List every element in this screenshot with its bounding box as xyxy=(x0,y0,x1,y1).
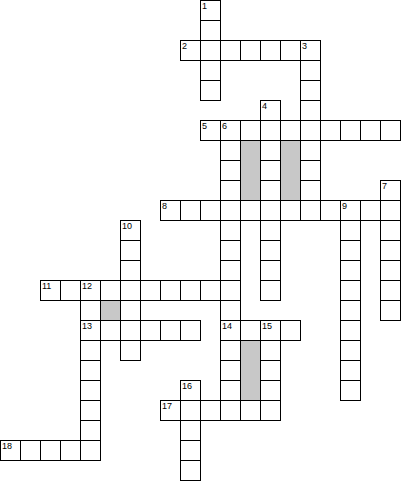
grid-cell[interactable] xyxy=(200,20,221,41)
shaded-cell[interactable] xyxy=(100,300,121,321)
grid-cell[interactable] xyxy=(220,180,241,201)
grid-cell[interactable] xyxy=(120,300,141,321)
grid-cell[interactable] xyxy=(180,320,201,341)
grid-cell[interactable] xyxy=(80,380,101,401)
grid-cell[interactable] xyxy=(360,200,381,221)
grid-cell[interactable] xyxy=(300,140,321,161)
grid-cell[interactable] xyxy=(260,280,281,301)
grid-cell[interactable] xyxy=(340,380,361,401)
grid-cell[interactable] xyxy=(100,280,121,301)
grid-cell[interactable] xyxy=(300,120,321,141)
grid-cell[interactable] xyxy=(200,80,221,101)
grid-cell[interactable]: 6 xyxy=(220,120,241,141)
grid-cell[interactable] xyxy=(340,120,361,141)
grid-cell[interactable]: 16 xyxy=(180,380,201,401)
grid-cell[interactable]: 15 xyxy=(260,320,281,341)
grid-cell[interactable] xyxy=(240,40,261,61)
grid-cell[interactable] xyxy=(200,200,221,221)
grid-cell[interactable] xyxy=(180,420,201,441)
grid-cell[interactable] xyxy=(160,280,181,301)
crossword-board: 123456789101112131415161718 xyxy=(0,0,401,481)
grid-cell[interactable] xyxy=(220,240,241,261)
grid-cell[interactable] xyxy=(280,200,301,221)
grid-cell[interactable] xyxy=(220,220,241,241)
grid-cell[interactable] xyxy=(220,200,241,221)
grid-cell[interactable]: 9 xyxy=(340,200,361,221)
grid-cell[interactable] xyxy=(300,100,321,121)
grid-cell[interactable] xyxy=(260,200,281,221)
grid-cell[interactable] xyxy=(140,320,161,341)
grid-cell[interactable] xyxy=(260,180,281,201)
grid-cell[interactable] xyxy=(260,240,281,261)
grid-cell[interactable] xyxy=(240,320,261,341)
grid-cell[interactable] xyxy=(120,280,141,301)
shaded-cell[interactable] xyxy=(240,140,261,201)
grid-cell[interactable] xyxy=(220,160,241,181)
shaded-cell[interactable] xyxy=(240,340,261,401)
grid-cell[interactable]: 5 xyxy=(200,120,221,141)
grid-cell[interactable] xyxy=(220,300,241,321)
grid-cell[interactable] xyxy=(160,320,181,341)
grid-cell[interactable] xyxy=(240,200,261,221)
grid-cell[interactable] xyxy=(380,220,401,241)
grid-cell[interactable] xyxy=(320,200,341,221)
grid-cell[interactable] xyxy=(260,380,281,401)
grid-cell[interactable] xyxy=(80,300,101,321)
grid-cell[interactable] xyxy=(200,60,221,81)
grid-cell[interactable] xyxy=(120,240,141,261)
clue-number: 3 xyxy=(302,41,307,51)
grid-cell[interactable] xyxy=(180,280,201,301)
grid-cell[interactable] xyxy=(180,200,201,221)
grid-cell[interactable] xyxy=(180,440,201,461)
grid-cell[interactable] xyxy=(180,400,201,421)
clue-number: 14 xyxy=(222,321,232,331)
grid-cell[interactable] xyxy=(380,120,401,141)
grid-cell[interactable] xyxy=(80,340,101,361)
grid-cell[interactable] xyxy=(200,280,221,301)
grid-cell[interactable] xyxy=(240,400,261,421)
grid-cell[interactable] xyxy=(260,40,281,61)
grid-cell[interactable] xyxy=(80,440,101,461)
grid-cell[interactable] xyxy=(380,300,401,321)
shaded-cell[interactable] xyxy=(280,140,301,201)
grid-cell[interactable]: 3 xyxy=(300,40,321,61)
grid-cell[interactable] xyxy=(180,460,201,481)
grid-cell[interactable] xyxy=(220,380,241,401)
grid-cell[interactable] xyxy=(380,240,401,261)
grid-cell[interactable] xyxy=(380,260,401,281)
grid-cell[interactable] xyxy=(60,280,81,301)
grid-cell[interactable] xyxy=(300,200,321,221)
grid-cell[interactable] xyxy=(340,220,361,241)
clue-number: 13 xyxy=(82,321,92,331)
grid-cell[interactable]: 8 xyxy=(160,200,181,221)
grid-cell[interactable]: 17 xyxy=(160,400,181,421)
grid-cell[interactable] xyxy=(340,260,361,281)
grid-cell[interactable] xyxy=(220,360,241,381)
grid-cell[interactable] xyxy=(340,340,361,361)
grid-cell[interactable] xyxy=(260,360,281,381)
grid-cell[interactable]: 14 xyxy=(220,320,241,341)
clue-number: 16 xyxy=(182,381,192,391)
grid-cell[interactable] xyxy=(340,360,361,381)
grid-cell[interactable]: 4 xyxy=(260,100,281,121)
grid-cell[interactable] xyxy=(40,440,61,461)
grid-cell[interactable]: 13 xyxy=(80,320,101,341)
grid-cell[interactable] xyxy=(120,260,141,281)
clue-number: 7 xyxy=(382,181,387,191)
grid-cell[interactable] xyxy=(260,400,281,421)
grid-cell[interactable] xyxy=(80,400,101,421)
grid-cell[interactable] xyxy=(220,260,241,281)
grid-cell[interactable] xyxy=(380,280,401,301)
clue-number: 15 xyxy=(262,321,272,331)
grid-cell[interactable] xyxy=(340,280,361,301)
clue-number: 2 xyxy=(182,41,187,51)
grid-cell[interactable] xyxy=(340,320,361,341)
grid-cell[interactable] xyxy=(380,200,401,221)
grid-cell[interactable] xyxy=(200,40,221,61)
clue-number: 17 xyxy=(162,401,172,411)
grid-cell[interactable]: 11 xyxy=(40,280,61,301)
grid-cell[interactable] xyxy=(300,60,321,81)
grid-cell[interactable] xyxy=(260,120,281,141)
grid-cell[interactable] xyxy=(80,360,101,381)
grid-cell[interactable] xyxy=(100,320,121,341)
grid-cell[interactable] xyxy=(240,120,261,141)
grid-cell[interactable] xyxy=(200,400,221,421)
grid-cell[interactable] xyxy=(300,80,321,101)
grid-cell[interactable] xyxy=(60,440,81,461)
clue-number: 9 xyxy=(342,201,347,211)
grid-cell[interactable] xyxy=(280,120,301,141)
clue-number: 18 xyxy=(2,441,12,451)
grid-cell[interactable] xyxy=(340,240,361,261)
grid-cell[interactable] xyxy=(280,320,301,341)
grid-cell[interactable] xyxy=(220,340,241,361)
grid-cell[interactable] xyxy=(260,160,281,181)
grid-cell[interactable] xyxy=(140,280,161,301)
grid-cell[interactable] xyxy=(220,400,241,421)
grid-cell[interactable]: 10 xyxy=(120,220,141,241)
grid-cell[interactable]: 12 xyxy=(80,280,101,301)
grid-cell[interactable] xyxy=(80,420,101,441)
grid-cell[interactable]: 1 xyxy=(200,0,221,21)
grid-cell[interactable] xyxy=(120,320,141,341)
clue-number: 8 xyxy=(162,201,167,211)
clue-number: 6 xyxy=(222,121,227,131)
grid-cell[interactable] xyxy=(120,340,141,361)
grid-cell[interactable] xyxy=(260,220,281,241)
clue-number: 12 xyxy=(82,281,92,291)
grid-cell[interactable] xyxy=(280,40,301,61)
grid-cell[interactable] xyxy=(260,340,281,361)
clue-number: 1 xyxy=(202,1,207,11)
grid-cell[interactable] xyxy=(300,160,321,181)
clue-number: 4 xyxy=(262,101,267,111)
grid-cell[interactable] xyxy=(360,120,381,141)
grid-cell[interactable] xyxy=(340,300,361,321)
grid-cell[interactable]: 7 xyxy=(380,180,401,201)
grid-cell[interactable] xyxy=(20,440,41,461)
grid-cell[interactable] xyxy=(320,120,341,141)
clue-number: 10 xyxy=(122,221,132,231)
grid-cell[interactable]: 2 xyxy=(180,40,201,61)
grid-cell[interactable] xyxy=(220,40,241,61)
clue-number: 5 xyxy=(202,121,207,131)
grid-cell[interactable] xyxy=(300,180,321,201)
grid-cell[interactable] xyxy=(220,280,241,301)
grid-cell[interactable]: 18 xyxy=(0,440,21,461)
grid-cell[interactable] xyxy=(260,140,281,161)
grid-cell[interactable] xyxy=(260,260,281,281)
clue-number: 11 xyxy=(42,281,51,291)
grid-cell[interactable] xyxy=(220,140,241,161)
